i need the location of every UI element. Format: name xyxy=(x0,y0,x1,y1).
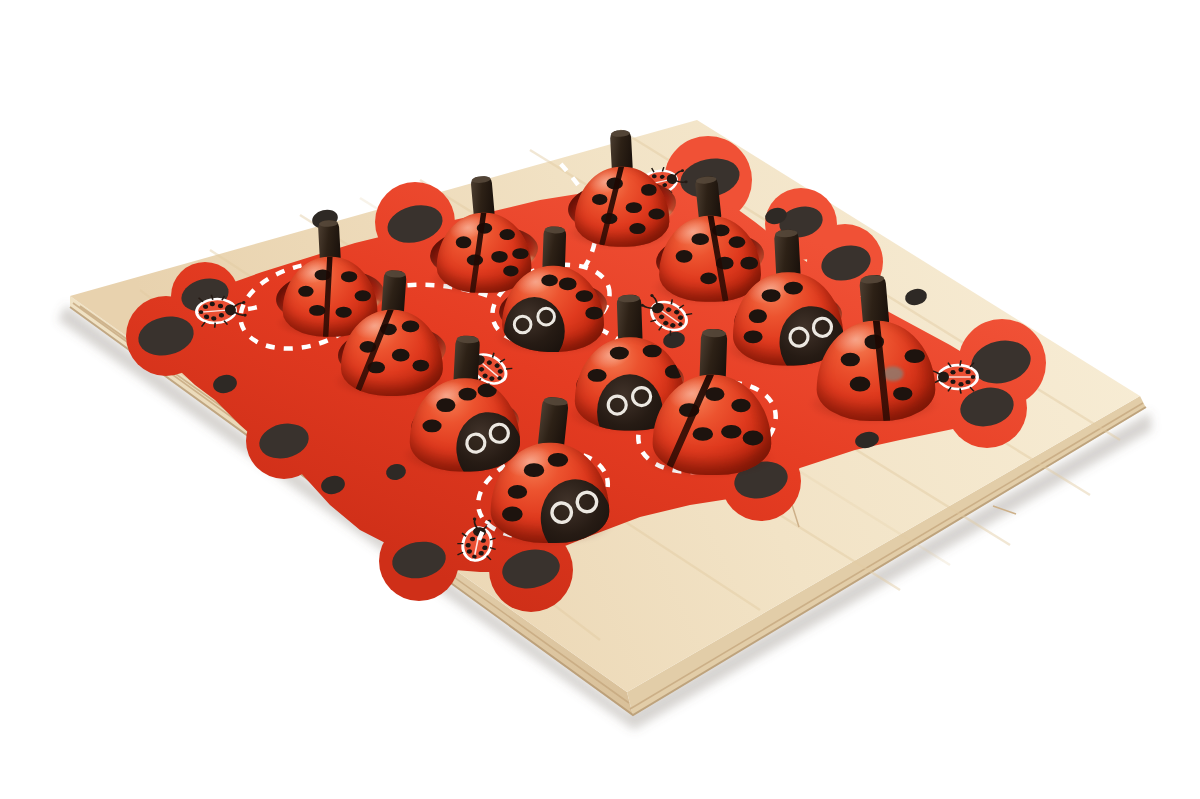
wing-spot xyxy=(748,310,767,323)
ladybug-body xyxy=(817,321,936,421)
wing-spot xyxy=(784,282,803,295)
ladybug-eye xyxy=(464,431,487,454)
wing-spot xyxy=(456,237,472,248)
ladybug-body xyxy=(491,443,610,543)
wing-spot xyxy=(675,250,692,262)
wing-spot xyxy=(883,367,903,381)
wing-spot xyxy=(478,384,497,397)
wing-spot xyxy=(762,289,781,302)
wing-spot xyxy=(850,377,870,391)
ladybug-eye xyxy=(575,489,600,514)
wing-spot xyxy=(721,425,741,439)
wing-spot xyxy=(610,347,629,360)
wing-spot xyxy=(904,349,924,363)
ladybug-eye xyxy=(787,325,810,348)
wing-spot xyxy=(524,463,544,477)
wing-spot xyxy=(626,202,642,213)
wing-split-line xyxy=(355,310,395,393)
wing-spot xyxy=(592,194,608,205)
wing-spot xyxy=(541,274,558,286)
ladybug-piece-r3c2[interactable] xyxy=(817,275,936,423)
wing-spot xyxy=(507,485,527,499)
wing-spot xyxy=(692,233,709,245)
wing-spot xyxy=(392,349,409,361)
ladybug-eye xyxy=(513,315,533,335)
wing-spot xyxy=(559,278,576,290)
wing-spot xyxy=(588,369,607,382)
wing-spot xyxy=(309,305,325,316)
ladybug-piece-r3c0[interactable] xyxy=(491,397,610,545)
ladybug-eye xyxy=(549,500,574,525)
wing-spot xyxy=(458,388,477,401)
wing-spot xyxy=(436,399,455,412)
wing-spot xyxy=(298,286,314,297)
wing-spot xyxy=(743,431,763,445)
wing-split-line xyxy=(470,213,487,293)
wing-spot xyxy=(840,353,860,367)
wing-spot xyxy=(402,320,419,332)
wing-spot xyxy=(700,273,717,285)
wing-spot xyxy=(630,223,646,234)
wing-spot xyxy=(693,427,713,441)
screenshot-stage: Wooden ladybird memory game: red board o… xyxy=(0,0,1200,799)
wing-split-line xyxy=(666,375,715,471)
ladybug-eye xyxy=(536,307,556,327)
wing-spot xyxy=(641,184,657,195)
wing-spot xyxy=(423,419,442,432)
wing-spot xyxy=(548,453,568,467)
wing-spot xyxy=(503,507,523,521)
wing-spot xyxy=(893,387,913,401)
